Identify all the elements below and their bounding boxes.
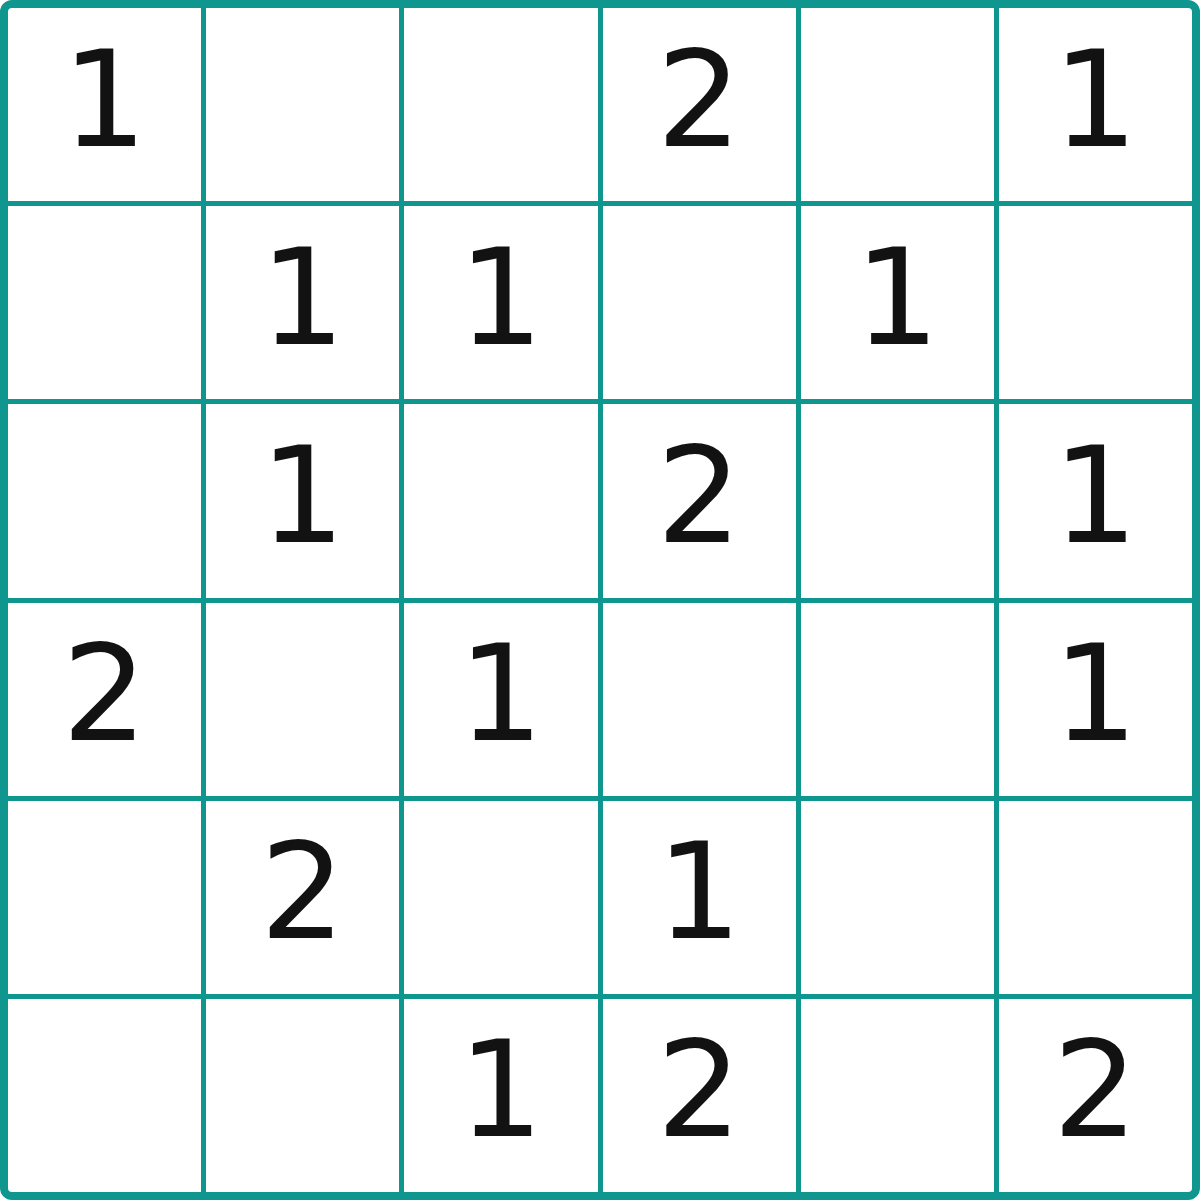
puzzle-board: 12111112121121122 [0, 0, 1200, 1200]
clue-number: 1 [260, 231, 345, 365]
cell-r2c1[interactable] [8, 206, 201, 399]
cell-r5c3[interactable] [404, 801, 597, 994]
cell-r2c5[interactable]: 1 [801, 206, 994, 399]
cell-r1c1[interactable]: 1 [8, 8, 201, 201]
puzzle-page: 12111112121121122 [0, 0, 1200, 1200]
cell-r6c4[interactable]: 2 [603, 999, 796, 1192]
clue-number: 2 [656, 429, 741, 563]
cell-r5c1[interactable] [8, 801, 201, 994]
cell-r4c5[interactable] [801, 603, 994, 796]
cell-r3c3[interactable] [404, 404, 597, 597]
cell-r2c2[interactable]: 1 [206, 206, 399, 399]
cell-r6c1[interactable] [8, 999, 201, 1192]
clue-number: 1 [1053, 429, 1138, 563]
clue-number: 2 [1053, 1023, 1138, 1157]
clue-number: 1 [1053, 627, 1138, 761]
clue-number: 2 [260, 825, 345, 959]
clue-number: 1 [656, 825, 741, 959]
cell-r5c5[interactable] [801, 801, 994, 994]
cell-r6c6[interactable]: 2 [999, 999, 1192, 1192]
clue-number: 1 [62, 33, 147, 167]
clue-number: 2 [656, 1023, 741, 1157]
cell-r1c6[interactable]: 1 [999, 8, 1192, 201]
cell-r3c6[interactable]: 1 [999, 404, 1192, 597]
cell-r1c2[interactable] [206, 8, 399, 201]
cell-r1c4[interactable]: 2 [603, 8, 796, 201]
cell-r3c2[interactable]: 1 [206, 404, 399, 597]
cell-r1c3[interactable] [404, 8, 597, 201]
cell-r6c5[interactable] [801, 999, 994, 1192]
cell-r5c6[interactable] [999, 801, 1192, 994]
clue-number: 2 [656, 33, 741, 167]
cell-r5c2[interactable]: 2 [206, 801, 399, 994]
cell-r2c6[interactable] [999, 206, 1192, 399]
clue-number: 1 [458, 231, 543, 365]
cell-r5c4[interactable]: 1 [603, 801, 796, 994]
cell-r4c2[interactable] [206, 603, 399, 796]
clue-number: 1 [855, 231, 940, 365]
cell-r4c3[interactable]: 1 [404, 603, 597, 796]
cell-r6c2[interactable] [206, 999, 399, 1192]
cell-r2c4[interactable] [603, 206, 796, 399]
cell-r4c4[interactable] [603, 603, 796, 796]
cell-r1c5[interactable] [801, 8, 994, 201]
cell-r4c1[interactable]: 2 [8, 603, 201, 796]
clue-number: 1 [260, 429, 345, 563]
cell-r2c3[interactable]: 1 [404, 206, 597, 399]
cell-r3c1[interactable] [8, 404, 201, 597]
clue-number: 1 [1053, 33, 1138, 167]
cell-r4c6[interactable]: 1 [999, 603, 1192, 796]
cell-r6c3[interactable]: 1 [404, 999, 597, 1192]
cell-r3c4[interactable]: 2 [603, 404, 796, 597]
clue-number: 1 [458, 627, 543, 761]
clue-number: 2 [62, 627, 147, 761]
clue-number: 1 [458, 1023, 543, 1157]
cell-r3c5[interactable] [801, 404, 994, 597]
